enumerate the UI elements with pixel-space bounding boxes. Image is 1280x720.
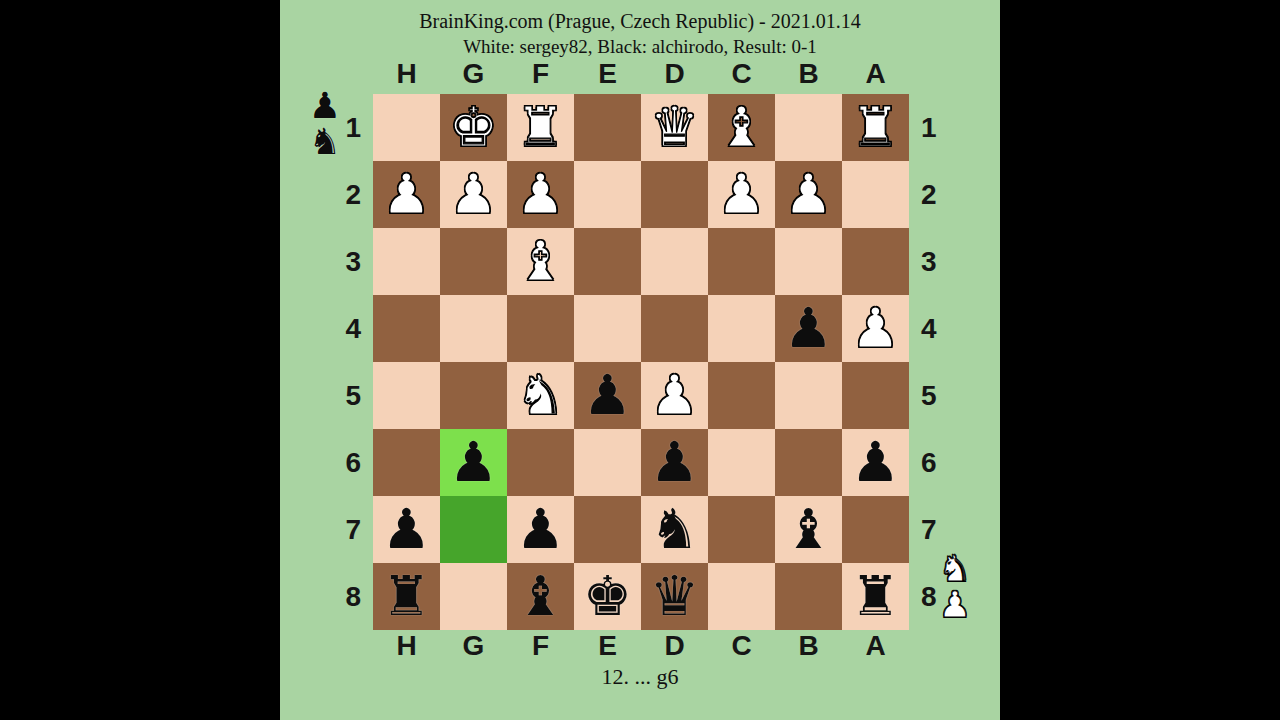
game-info-line2: White: sergey82, Black: alchirodo, Resul… (280, 36, 1000, 58)
rank-label-5: 5 (917, 362, 947, 429)
rank-label-2: 2 (917, 161, 947, 228)
square-a1[interactable]: ♜︎ (842, 94, 909, 161)
square-f2[interactable]: ♟︎ (507, 161, 574, 228)
square-h1[interactable] (373, 94, 440, 161)
piece-black-rook: ♜︎ (851, 569, 900, 624)
rank-label-5: 5 (335, 362, 365, 429)
square-h3[interactable] (373, 228, 440, 295)
move-annotation: 12. ... g6 (280, 664, 1000, 690)
file-label-b: B (775, 58, 842, 90)
square-a7[interactable] (842, 496, 909, 563)
file-label-d: D (641, 630, 708, 662)
file-labels-bottom: HGFEDCBA (373, 630, 909, 662)
piece-white-queen: ♛︎ (650, 100, 699, 155)
square-g4[interactable] (440, 295, 507, 362)
square-g3[interactable] (440, 228, 507, 295)
square-a2[interactable] (842, 161, 909, 228)
game-info-line1: BrainKing.com (Prague, Czech Republic) -… (280, 10, 1000, 33)
piece-white-knight: ♞︎ (516, 368, 565, 423)
square-d8[interactable]: ♛︎ (641, 563, 708, 630)
square-f6[interactable] (507, 429, 574, 496)
piece-black-rook: ♜︎ (382, 569, 431, 624)
piece-white-king: ♚︎ (449, 100, 498, 155)
square-g5[interactable] (440, 362, 507, 429)
square-h8[interactable]: ♜︎ (373, 563, 440, 630)
square-e7[interactable] (574, 496, 641, 563)
square-h6[interactable] (373, 429, 440, 496)
square-e3[interactable] (574, 228, 641, 295)
square-d6[interactable]: ♟︎ (641, 429, 708, 496)
square-d5[interactable]: ♟︎ (641, 362, 708, 429)
rank-label-1: 1 (917, 94, 947, 161)
file-label-d: D (641, 58, 708, 90)
square-c4[interactable] (708, 295, 775, 362)
square-a6[interactable]: ♟︎ (842, 429, 909, 496)
piece-black-pawn: ♟︎ (851, 435, 900, 490)
square-d1[interactable]: ♛︎ (641, 94, 708, 161)
file-label-a: A (842, 58, 909, 90)
square-f4[interactable] (507, 295, 574, 362)
piece-white-pawn: ♟︎ (717, 167, 766, 222)
square-g6[interactable]: ♟︎ (440, 429, 507, 496)
square-d4[interactable] (641, 295, 708, 362)
file-label-e: E (574, 630, 641, 662)
piece-white-pawn: ♟︎ (382, 167, 431, 222)
square-a8[interactable]: ♜︎ (842, 563, 909, 630)
square-c7[interactable] (708, 496, 775, 563)
file-label-g: G (440, 630, 507, 662)
file-label-a: A (842, 630, 909, 662)
rank-label-3: 3 (917, 228, 947, 295)
piece-black-pawn: ♟︎ (650, 435, 699, 490)
piece-white-pawn: ♟︎ (449, 167, 498, 222)
square-c5[interactable] (708, 362, 775, 429)
square-e6[interactable] (574, 429, 641, 496)
square-b6[interactable] (775, 429, 842, 496)
square-b3[interactable] (775, 228, 842, 295)
square-h7[interactable]: ♟︎ (373, 496, 440, 563)
rank-labels-left: 12345678 (335, 94, 365, 630)
piece-black-knight: ♞︎ (650, 502, 699, 557)
file-label-f: F (507, 58, 574, 90)
piece-white-knight: ♞︎ (939, 551, 971, 587)
square-c2[interactable]: ♟︎ (708, 161, 775, 228)
rank-label-3: 3 (335, 228, 365, 295)
piece-black-bishop: ♝︎ (784, 502, 833, 557)
square-g8[interactable] (440, 563, 507, 630)
file-label-c: C (708, 630, 775, 662)
piece-white-pawn: ♟︎ (939, 587, 971, 623)
square-d2[interactable] (641, 161, 708, 228)
piece-black-pawn: ♟︎ (516, 502, 565, 557)
square-f3[interactable]: ♝︎ (507, 228, 574, 295)
square-g1[interactable]: ♚︎ (440, 94, 507, 161)
game-area: BrainKing.com (Prague, Czech Republic) -… (280, 0, 1000, 720)
square-b1[interactable] (775, 94, 842, 161)
file-label-h: H (373, 58, 440, 90)
file-label-c: C (708, 58, 775, 90)
captured-by-white-tray: ♟︎♞︎ (303, 88, 347, 160)
piece-white-pawn: ♟︎ (516, 167, 565, 222)
file-label-e: E (574, 58, 641, 90)
file-labels-top: HGFEDCBA (373, 58, 909, 90)
piece-white-pawn: ♟︎ (784, 167, 833, 222)
piece-black-pawn: ♟︎ (382, 502, 431, 557)
piece-black-bishop: ♝︎ (516, 569, 565, 624)
square-e5[interactable]: ♟︎ (574, 362, 641, 429)
square-h5[interactable] (373, 362, 440, 429)
square-b7[interactable]: ♝︎ (775, 496, 842, 563)
rank-label-8: 8 (335, 563, 365, 630)
square-d7[interactable]: ♞︎ (641, 496, 708, 563)
captured-by-black-tray: ♞︎♟︎ (933, 551, 977, 623)
square-b2[interactable]: ♟︎ (775, 161, 842, 228)
square-a4[interactable]: ♟︎ (842, 295, 909, 362)
file-label-g: G (440, 58, 507, 90)
square-e2[interactable] (574, 161, 641, 228)
square-g2[interactable]: ♟︎ (440, 161, 507, 228)
square-e8[interactable]: ♚︎ (574, 563, 641, 630)
file-label-f: F (507, 630, 574, 662)
piece-white-rook: ♜︎ (516, 100, 565, 155)
square-c1[interactable]: ♝︎ (708, 94, 775, 161)
piece-black-king: ♚︎ (583, 569, 632, 624)
square-f1[interactable]: ♜︎ (507, 94, 574, 161)
rank-label-6: 6 (917, 429, 947, 496)
piece-black-pawn: ♟︎ (784, 301, 833, 356)
square-e4[interactable] (574, 295, 641, 362)
square-c3[interactable] (708, 228, 775, 295)
rank-label-4: 4 (917, 295, 947, 362)
square-d3[interactable] (641, 228, 708, 295)
piece-white-pawn: ♟︎ (650, 368, 699, 423)
piece-black-pawn: ♟︎ (449, 435, 498, 490)
square-f7[interactable]: ♟︎ (507, 496, 574, 563)
piece-white-rook: ♜︎ (851, 100, 900, 155)
square-g7[interactable] (440, 496, 507, 563)
square-f8[interactable]: ♝︎ (507, 563, 574, 630)
rank-label-6: 6 (335, 429, 365, 496)
chess-board: ♚︎♜︎♛︎♝︎♜︎♟︎♟︎♟︎♟︎♟︎♝︎♟︎♟︎♞︎♟︎♟︎♟︎♟︎♟︎♟︎… (373, 94, 909, 630)
piece-white-bishop: ♝︎ (516, 234, 565, 289)
rank-label-7: 7 (335, 496, 365, 563)
square-a3[interactable] (842, 228, 909, 295)
square-b4[interactable]: ♟︎ (775, 295, 842, 362)
file-label-h: H (373, 630, 440, 662)
piece-white-bishop: ♝︎ (717, 100, 766, 155)
square-c8[interactable] (708, 563, 775, 630)
rank-label-2: 2 (335, 161, 365, 228)
square-b5[interactable] (775, 362, 842, 429)
rank-label-4: 4 (335, 295, 365, 362)
square-f5[interactable]: ♞︎ (507, 362, 574, 429)
file-label-b: B (775, 630, 842, 662)
square-h4[interactable] (373, 295, 440, 362)
piece-white-pawn: ♟︎ (851, 301, 900, 356)
piece-black-pawn: ♟︎ (583, 368, 632, 423)
piece-black-pawn: ♟︎ (309, 88, 341, 124)
square-c6[interactable] (708, 429, 775, 496)
piece-black-queen: ♛︎ (650, 569, 699, 624)
piece-black-knight: ♞︎ (309, 124, 341, 160)
square-b8[interactable] (775, 563, 842, 630)
square-e1[interactable] (574, 94, 641, 161)
square-a5[interactable] (842, 362, 909, 429)
square-h2[interactable]: ♟︎ (373, 161, 440, 228)
